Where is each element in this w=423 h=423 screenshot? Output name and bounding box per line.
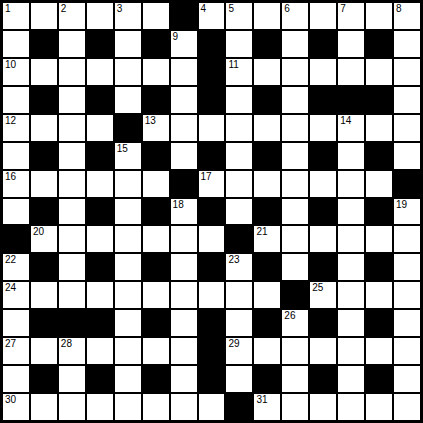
black-cell (366, 87, 392, 113)
white-cell[interactable] (115, 87, 141, 113)
clue-number: 1 (5, 3, 11, 15)
white-cell[interactable] (338, 282, 364, 308)
white-cell[interactable] (254, 59, 280, 85)
clue-number: 4 (201, 3, 207, 15)
white-cell[interactable] (366, 226, 392, 252)
white-cell[interactable] (226, 87, 252, 113)
white-cell[interactable]: 10 (3, 59, 29, 85)
white-cell[interactable] (31, 394, 57, 420)
white-cell[interactable] (338, 59, 364, 85)
white-cell[interactable] (282, 31, 308, 57)
white-cell[interactable]: 3 (115, 3, 141, 29)
black-cell (31, 254, 57, 280)
black-cell (199, 31, 225, 57)
black-cell (366, 254, 392, 280)
white-cell[interactable] (310, 59, 336, 85)
white-cell[interactable] (115, 171, 141, 197)
white-cell[interactable] (366, 115, 392, 141)
white-cell[interactable]: 16 (3, 171, 29, 197)
black-cell (310, 143, 336, 169)
white-cell[interactable] (282, 199, 308, 225)
black-cell (254, 366, 280, 392)
white-cell[interactable] (59, 366, 85, 392)
black-cell (87, 199, 113, 225)
white-cell[interactable] (394, 143, 420, 169)
black-cell (366, 143, 392, 169)
white-cell[interactable] (282, 171, 308, 197)
white-cell[interactable] (87, 115, 113, 141)
white-cell[interactable] (338, 31, 364, 57)
white-cell[interactable] (171, 143, 197, 169)
clue-number: 11 (228, 59, 238, 71)
white-cell[interactable] (282, 59, 308, 85)
white-cell[interactable] (87, 171, 113, 197)
white-cell[interactable]: 11 (226, 59, 252, 85)
clue-number: 30 (5, 394, 16, 406)
white-cell[interactable] (310, 3, 336, 29)
white-cell[interactable] (115, 226, 141, 252)
black-cell (87, 87, 113, 113)
white-cell[interactable] (3, 310, 29, 336)
white-cell[interactable] (59, 282, 85, 308)
white-cell[interactable] (199, 115, 225, 141)
white-cell[interactable] (282, 366, 308, 392)
white-cell[interactable] (31, 3, 57, 29)
white-cell[interactable] (3, 143, 29, 169)
black-cell (171, 171, 197, 197)
white-cell[interactable] (282, 143, 308, 169)
white-cell[interactable] (143, 282, 169, 308)
white-cell[interactable] (338, 199, 364, 225)
black-cell (310, 199, 336, 225)
white-cell[interactable] (31, 115, 57, 141)
white-cell[interactable]: 28 (59, 338, 85, 364)
white-cell[interactable] (171, 254, 197, 280)
white-cell[interactable] (31, 338, 57, 364)
white-cell[interactable] (31, 171, 57, 197)
white-cell[interactable] (59, 143, 85, 169)
white-cell[interactable]: 18 (171, 199, 197, 225)
white-cell[interactable] (394, 310, 420, 336)
black-cell (199, 199, 225, 225)
clue-number: 3 (117, 3, 123, 15)
white-cell[interactable] (115, 59, 141, 85)
clue-number: 18 (173, 199, 184, 211)
white-cell[interactable]: 17 (199, 171, 225, 197)
white-cell[interactable]: 7 (338, 3, 364, 29)
white-cell[interactable] (338, 394, 364, 420)
white-cell[interactable]: 26 (282, 310, 308, 336)
clue-number: 19 (396, 199, 407, 211)
white-cell[interactable] (31, 59, 57, 85)
white-cell[interactable] (310, 115, 336, 141)
white-cell[interactable] (171, 115, 197, 141)
white-cell[interactable] (282, 394, 308, 420)
white-cell[interactable] (394, 59, 420, 85)
black-cell (338, 87, 364, 113)
white-cell[interactable] (115, 199, 141, 225)
clue-number: 24 (5, 282, 16, 294)
white-cell[interactable] (254, 282, 280, 308)
white-cell[interactable] (338, 226, 364, 252)
black-cell (199, 366, 225, 392)
white-cell[interactable]: 30 (3, 394, 29, 420)
white-cell[interactable] (394, 338, 420, 364)
white-cell[interactable] (171, 226, 197, 252)
white-cell[interactable] (143, 59, 169, 85)
clue-number: 31 (256, 394, 267, 406)
white-cell[interactable] (394, 282, 420, 308)
white-cell[interactable] (226, 31, 252, 57)
white-cell[interactable] (171, 338, 197, 364)
white-cell[interactable]: 19 (394, 199, 420, 225)
white-cell[interactable] (143, 226, 169, 252)
black-cell (199, 338, 225, 364)
white-cell[interactable] (59, 115, 85, 141)
white-cell[interactable]: 27 (3, 338, 29, 364)
white-cell[interactable] (115, 338, 141, 364)
black-cell (31, 31, 57, 57)
white-cell[interactable]: 31 (254, 394, 280, 420)
white-cell[interactable] (143, 171, 169, 197)
white-cell[interactable]: 9 (171, 31, 197, 57)
crossword-board: 1234567891011121314151617181920212223242… (0, 0, 423, 423)
clue-number: 9 (173, 31, 179, 43)
black-cell (366, 366, 392, 392)
black-cell (31, 143, 57, 169)
white-cell[interactable] (199, 394, 225, 420)
black-cell (199, 143, 225, 169)
white-cell[interactable] (59, 254, 85, 280)
black-cell (254, 143, 280, 169)
white-cell[interactable] (254, 338, 280, 364)
white-cell[interactable] (199, 282, 225, 308)
black-cell (310, 310, 336, 336)
white-cell[interactable]: 15 (115, 143, 141, 169)
clue-number: 8 (396, 3, 402, 15)
white-cell[interactable] (199, 226, 225, 252)
white-cell[interactable] (282, 115, 308, 141)
white-cell[interactable] (338, 366, 364, 392)
clue-number: 29 (228, 338, 239, 350)
white-cell[interactable] (282, 254, 308, 280)
black-cell (143, 143, 169, 169)
black-cell (254, 87, 280, 113)
white-cell[interactable] (366, 171, 392, 197)
clue-number: 7 (340, 3, 346, 15)
white-cell[interactable] (143, 3, 169, 29)
white-cell[interactable] (310, 226, 336, 252)
white-cell[interactable] (115, 394, 141, 420)
white-cell[interactable]: 1 (3, 3, 29, 29)
white-cell[interactable] (143, 338, 169, 364)
white-cell[interactable]: 14 (338, 115, 364, 141)
white-cell[interactable] (338, 338, 364, 364)
black-cell (254, 254, 280, 280)
clue-number: 6 (284, 3, 290, 15)
black-cell (31, 87, 57, 113)
white-cell[interactable] (226, 143, 252, 169)
black-cell (310, 366, 336, 392)
black-cell (87, 254, 113, 280)
white-cell[interactable] (171, 59, 197, 85)
black-cell (87, 310, 113, 336)
white-cell[interactable] (115, 310, 141, 336)
clue-number: 21 (256, 226, 267, 238)
white-cell[interactable] (310, 338, 336, 364)
white-cell[interactable]: 4 (199, 3, 225, 29)
white-cell[interactable] (366, 394, 392, 420)
clue-number: 2 (61, 3, 67, 15)
white-cell[interactable] (171, 310, 197, 336)
black-cell (31, 199, 57, 225)
white-cell[interactable] (87, 338, 113, 364)
white-cell[interactable] (310, 394, 336, 420)
white-cell[interactable] (254, 115, 280, 141)
black-cell (310, 87, 336, 113)
white-cell[interactable] (87, 394, 113, 420)
black-cell (226, 226, 252, 252)
clue-number: 23 (228, 254, 239, 266)
black-cell (143, 366, 169, 392)
clue-number: 5 (228, 3, 234, 15)
white-cell[interactable] (226, 282, 252, 308)
black-cell (143, 310, 169, 336)
black-cell (3, 226, 29, 252)
white-cell[interactable]: 24 (3, 282, 29, 308)
white-cell[interactable] (59, 394, 85, 420)
black-cell (282, 282, 308, 308)
white-cell[interactable] (115, 282, 141, 308)
white-cell[interactable]: 25 (310, 282, 336, 308)
white-cell[interactable] (3, 366, 29, 392)
white-cell[interactable] (115, 366, 141, 392)
white-cell[interactable] (31, 282, 57, 308)
white-cell[interactable] (282, 226, 308, 252)
white-cell[interactable] (226, 199, 252, 225)
white-cell[interactable] (87, 3, 113, 29)
white-cell[interactable] (338, 310, 364, 336)
black-cell (143, 254, 169, 280)
clue-number: 26 (284, 310, 295, 322)
white-cell[interactable]: 8 (394, 3, 420, 29)
white-cell[interactable] (171, 87, 197, 113)
white-cell[interactable] (171, 394, 197, 420)
white-cell[interactable] (3, 199, 29, 225)
clue-number: 20 (33, 226, 44, 238)
black-cell (254, 199, 280, 225)
white-cell[interactable] (59, 199, 85, 225)
white-cell[interactable]: 13 (143, 115, 169, 141)
clue-number: 12 (5, 115, 16, 127)
white-cell[interactable] (59, 226, 85, 252)
clue-number: 27 (5, 338, 16, 350)
white-cell[interactable] (366, 338, 392, 364)
white-cell[interactable] (394, 366, 420, 392)
white-cell[interactable]: 22 (3, 254, 29, 280)
white-cell[interactable] (394, 87, 420, 113)
black-cell (199, 59, 225, 85)
clue-number: 25 (312, 282, 323, 294)
white-cell[interactable] (366, 59, 392, 85)
white-cell[interactable] (226, 310, 252, 336)
white-cell[interactable] (394, 254, 420, 280)
white-cell[interactable] (3, 31, 29, 57)
white-cell[interactable]: 21 (254, 226, 280, 252)
white-cell[interactable]: 20 (31, 226, 57, 252)
white-cell[interactable] (143, 394, 169, 420)
white-cell[interactable] (87, 59, 113, 85)
black-cell (87, 366, 113, 392)
white-cell[interactable]: 5 (226, 3, 252, 29)
white-cell[interactable] (338, 143, 364, 169)
white-cell[interactable] (226, 115, 252, 141)
clue-number: 15 (117, 143, 128, 155)
white-cell[interactable] (115, 254, 141, 280)
white-cell[interactable] (59, 59, 85, 85)
clue-number: 16 (5, 171, 16, 183)
white-cell[interactable] (366, 282, 392, 308)
white-cell[interactable]: 2 (59, 3, 85, 29)
white-cell[interactable] (338, 254, 364, 280)
white-cell[interactable] (171, 366, 197, 392)
white-cell[interactable]: 23 (226, 254, 252, 280)
black-cell (199, 87, 225, 113)
clue-number: 14 (340, 115, 351, 127)
white-cell[interactable] (394, 394, 420, 420)
clue-number: 13 (145, 115, 156, 127)
black-cell (366, 199, 392, 225)
black-cell (171, 3, 197, 29)
black-cell (394, 171, 420, 197)
white-cell[interactable] (282, 87, 308, 113)
white-cell[interactable] (394, 115, 420, 141)
black-cell (143, 31, 169, 57)
black-cell (226, 394, 252, 420)
white-cell[interactable]: 12 (3, 115, 29, 141)
white-cell[interactable] (115, 31, 141, 57)
clue-number: 22 (5, 254, 16, 266)
black-cell (199, 310, 225, 336)
black-cell (254, 31, 280, 57)
white-cell[interactable] (338, 171, 364, 197)
clue-number: 10 (5, 59, 16, 71)
black-cell (366, 31, 392, 57)
white-cell[interactable] (59, 171, 85, 197)
white-cell[interactable] (226, 171, 252, 197)
white-cell[interactable] (254, 171, 280, 197)
black-cell (143, 87, 169, 113)
white-cell[interactable] (3, 87, 29, 113)
black-cell (59, 310, 85, 336)
black-cell (310, 254, 336, 280)
white-cell[interactable]: 6 (282, 3, 308, 29)
white-cell[interactable] (282, 338, 308, 364)
black-cell (87, 143, 113, 169)
white-cell[interactable] (87, 226, 113, 252)
black-cell (87, 31, 113, 57)
black-cell (366, 310, 392, 336)
white-cell[interactable]: 29 (226, 338, 252, 364)
black-cell (199, 254, 225, 280)
clue-number: 17 (201, 171, 212, 183)
black-cell (254, 310, 280, 336)
black-cell (31, 310, 57, 336)
white-cell[interactable] (366, 3, 392, 29)
black-cell (31, 366, 57, 392)
black-cell (115, 115, 141, 141)
white-cell[interactable] (59, 31, 85, 57)
white-cell[interactable] (254, 3, 280, 29)
white-cell[interactable] (226, 366, 252, 392)
white-cell[interactable] (394, 31, 420, 57)
white-cell[interactable] (310, 171, 336, 197)
white-cell[interactable] (171, 282, 197, 308)
clue-number: 28 (61, 338, 72, 350)
white-cell[interactable] (394, 226, 420, 252)
black-cell (310, 31, 336, 57)
black-cell (143, 199, 169, 225)
white-cell[interactable] (59, 87, 85, 113)
white-cell[interactable] (87, 282, 113, 308)
